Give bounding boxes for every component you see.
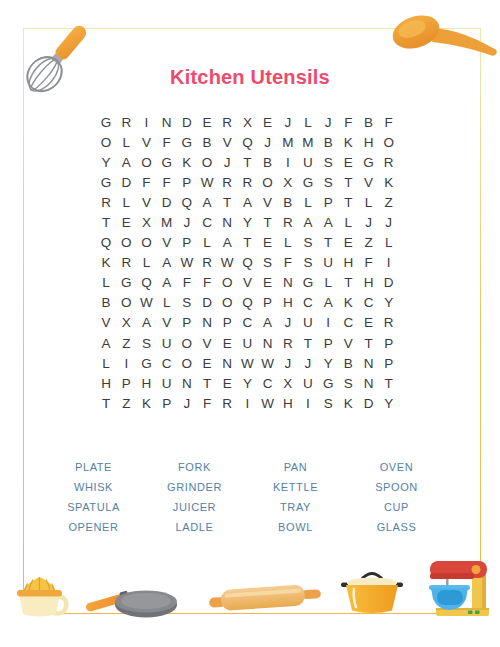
grid-cell-r15c9[interactable]: W (258, 393, 278, 413)
grid-cell-r13c13[interactable]: B (338, 353, 358, 373)
word-item: OPENER (43, 517, 144, 537)
grid-cell-r1c14[interactable]: B (358, 112, 378, 132)
grid-cell-r6c13[interactable]: L (338, 212, 358, 232)
grid-cell-r13c8[interactable]: W (237, 353, 257, 373)
grid-cell-r15c7[interactable]: R (217, 393, 237, 413)
word-item: BOWL (245, 517, 346, 537)
grid-cell-r3c7[interactable]: J (217, 152, 237, 172)
word-item: OVEN (346, 457, 447, 477)
word-item: SPATULA (43, 497, 144, 517)
grid-cell-r4c7[interactable]: R (217, 172, 237, 192)
grid-cell-r9c1[interactable]: L (96, 273, 116, 293)
grid-cell-r8c1[interactable]: K (96, 253, 116, 273)
grid-cell-r4c3[interactable]: F (136, 172, 156, 192)
grid-cell-r12c11[interactable]: T (298, 333, 318, 353)
grid-cell-r3c13[interactable]: E (338, 152, 358, 172)
grid-cell-r1c10[interactable]: J (278, 112, 298, 132)
stand-mixer-icon (424, 557, 490, 618)
grid-cell-r14c8[interactable]: Y (237, 373, 257, 393)
grid-cell-r14c4[interactable]: U (157, 373, 177, 393)
grid-cell-r6c14[interactable]: J (358, 212, 378, 232)
grid-cell-r7c1[interactable]: Q (96, 233, 116, 253)
grid-cell-r7c11[interactable]: S (298, 233, 318, 253)
grid-cell-r13c12[interactable]: Y (318, 353, 338, 373)
grid-cell-r12c8[interactable]: U (237, 333, 257, 353)
grid-cell-r12c6[interactable]: V (197, 333, 217, 353)
grid-cell-r3c15[interactable]: R (379, 152, 399, 172)
word-column: OVENSPOONCUPGLASS (346, 457, 447, 537)
grid-cell-r8c10[interactable]: F (278, 253, 298, 273)
grid-cell-r11c6[interactable]: N (197, 313, 217, 333)
grid-cell-r5c7[interactable]: T (217, 192, 237, 212)
grid-cell-r14c9[interactable]: C (258, 373, 278, 393)
grid-cell-r1c15[interactable]: F (379, 112, 399, 132)
grid-cell-r8c2[interactable]: R (116, 253, 136, 273)
grid-cell-r9c13[interactable]: T (338, 273, 358, 293)
grid-cell-r4c8[interactable]: R (237, 172, 257, 192)
grid-cell-r1c2[interactable]: R (116, 112, 136, 132)
grid-cell-r1c8[interactable]: X (237, 112, 257, 132)
grid-cell-r8c6[interactable]: R (197, 253, 217, 273)
grid-cell-r7c14[interactable]: Z (358, 233, 378, 253)
grid-cell-r11c7[interactable]: P (217, 313, 237, 333)
grid-cell-r2c14[interactable]: H (358, 132, 378, 152)
grid-cell-r7c2[interactable]: O (116, 233, 136, 253)
grid-cell-r15c3[interactable]: K (136, 393, 156, 413)
grid-cell-r9c12[interactable]: L (318, 273, 338, 293)
grid-cell-r14c15[interactable]: T (379, 373, 399, 393)
grid-cell-r2c3[interactable]: V (136, 132, 156, 152)
grid-cell-r12c7[interactable]: E (217, 333, 237, 353)
grid-cell-r15c10[interactable]: H (278, 393, 298, 413)
grid-cell-r13c15[interactable]: P (379, 353, 399, 373)
rolling-pin-icon (209, 582, 321, 614)
grid-cell-r12c12[interactable]: P (318, 333, 338, 353)
word-column: PANKETTLETRAYBOWL (245, 457, 346, 537)
grid-cell-r8c3[interactable]: L (136, 253, 156, 273)
word-search-grid: GRINDERXEJLJFBFOLVFGBVQJMMBKHOYAOGKOJTBI… (96, 112, 399, 413)
grid-cell-r6c8[interactable]: Y (237, 212, 257, 232)
grid-cell-r13c2[interactable]: I (116, 353, 136, 373)
grid-cell-r4c1[interactable]: G (96, 172, 116, 192)
grid-cell-r8c13[interactable]: H (338, 253, 358, 273)
grid-cell-r4c12[interactable]: S (318, 172, 338, 192)
grid-cell-r10c9[interactable]: P (258, 293, 278, 313)
grid-cell-r11c3[interactable]: A (136, 313, 156, 333)
grid-cell-r8c8[interactable]: Q (237, 253, 257, 273)
grid-cell-r14c1[interactable]: H (96, 373, 116, 393)
grid-cell-r10c8[interactable]: Q (237, 293, 257, 313)
grid-cell-r13c9[interactable]: W (258, 353, 278, 373)
grid-cell-r10c14[interactable]: C (358, 293, 378, 313)
grid-cell-r7c6[interactable]: L (197, 233, 217, 253)
grid-cell-r12c5[interactable]: O (177, 333, 197, 353)
grid-cell-r2c2[interactable]: L (116, 132, 136, 152)
word-item: PLATE (43, 457, 144, 477)
grid-cell-r14c10[interactable]: X (278, 373, 298, 393)
word-item: GLASS (346, 517, 447, 537)
grid-cell-r7c9[interactable]: E (258, 233, 278, 253)
grid-cell-r13c5[interactable]: O (177, 353, 197, 373)
grid-cell-r1c13[interactable]: F (338, 112, 358, 132)
word-item: JUICER (144, 497, 245, 517)
grid-cell-r1c7[interactable]: R (217, 112, 237, 132)
grid-cell-r9c3[interactable]: Q (136, 273, 156, 293)
grid-cell-r2c6[interactable]: B (197, 132, 217, 152)
grid-cell-r4c13[interactable]: T (338, 172, 358, 192)
grid-cell-r15c11[interactable]: I (298, 393, 318, 413)
grid-cell-r14c7[interactable]: E (217, 373, 237, 393)
grid-cell-r5c4[interactable]: D (157, 192, 177, 212)
grid-cell-r10c5[interactable]: S (177, 293, 197, 313)
word-item: TRAY (245, 497, 346, 517)
grid-cell-r13c4[interactable]: C (157, 353, 177, 373)
grid-cell-r4c14[interactable]: V (358, 172, 378, 192)
grid-cell-r15c8[interactable]: I (237, 393, 257, 413)
grid-cell-r15c5[interactable]: J (177, 393, 197, 413)
grid-cell-r13c3[interactable]: G (136, 353, 156, 373)
grid-cell-r12c1[interactable]: A (96, 333, 116, 353)
grid-cell-r6c2[interactable]: E (116, 212, 136, 232)
grid-cell-r12c15[interactable]: P (379, 333, 399, 353)
grid-cell-r11c12[interactable]: I (318, 313, 338, 333)
grid-cell-r7c12[interactable]: T (318, 233, 338, 253)
grid-cell-r5c1[interactable]: R (96, 192, 116, 212)
grid-cell-r14c6[interactable]: T (197, 373, 217, 393)
grid-cell-r10c13[interactable]: K (338, 293, 358, 313)
grid-cell-r4c10[interactable]: X (278, 172, 298, 192)
grid-cell-r10c4[interactable]: L (157, 293, 177, 313)
grid-cell-r12c10[interactable]: R (278, 333, 298, 353)
grid-cell-r2c12[interactable]: B (318, 132, 338, 152)
grid-cell-r15c6[interactable]: F (197, 393, 217, 413)
grid-cell-r6c12[interactable]: A (318, 212, 338, 232)
grid-cell-r8c9[interactable]: S (258, 253, 278, 273)
grid-cell-r6c11[interactable]: A (298, 212, 318, 232)
grid-cell-r3c6[interactable]: O (197, 152, 217, 172)
grid-cell-r14c3[interactable]: H (136, 373, 156, 393)
grid-cell-r8c12[interactable]: U (318, 253, 338, 273)
grid-cell-r1c4[interactable]: N (157, 112, 177, 132)
grid-cell-r15c4[interactable]: P (157, 393, 177, 413)
grid-cell-r1c9[interactable]: E (258, 112, 278, 132)
grid-cell-r7c7[interactable]: A (217, 233, 237, 253)
citrus-juicer-icon (12, 576, 68, 619)
grid-cell-r6c5[interactable]: J (177, 212, 197, 232)
grid-cell-r2c8[interactable]: Q (237, 132, 257, 152)
grid-cell-r8c5[interactable]: W (177, 253, 197, 273)
word-item: KETTLE (245, 477, 346, 497)
grid-cell-r4c15[interactable]: K (379, 172, 399, 192)
grid-cell-r8c15[interactable]: I (379, 253, 399, 273)
grid-cell-r1c11[interactable]: L (298, 112, 318, 132)
grid-cell-r2c1[interactable]: O (96, 132, 116, 152)
grid-cell-r9c9[interactable]: E (258, 273, 278, 293)
grid-cell-r4c11[interactable]: G (298, 172, 318, 192)
grid-cell-r2c9[interactable]: J (258, 132, 278, 152)
grid-cell-r5c8[interactable]: A (237, 192, 257, 212)
grid-cell-r11c10[interactable]: J (278, 313, 298, 333)
grid-cell-r3c10[interactable]: I (278, 152, 298, 172)
word-item: WHISK (43, 477, 144, 497)
word-item: LADLE (144, 517, 245, 537)
grid-cell-r6c7[interactable]: N (217, 212, 237, 232)
grid-cell-r5c3[interactable]: V (136, 192, 156, 212)
word-list: PLATEWHISKSPATULAOPENERFORKGRINDERJUICER… (43, 457, 447, 537)
word-item: CUP (346, 497, 447, 517)
grid-cell-r5c6[interactable]: A (197, 192, 217, 212)
grid-cell-r3c9[interactable]: B (258, 152, 278, 172)
grid-cell-r10c11[interactable]: C (298, 293, 318, 313)
word-item: PAN (245, 457, 346, 477)
grid-cell-r9c14[interactable]: H (358, 273, 378, 293)
grid-cell-r11c8[interactable]: C (237, 313, 257, 333)
grid-cell-r9c7[interactable]: O (217, 273, 237, 293)
grid-cell-r2c13[interactable]: K (338, 132, 358, 152)
grid-cell-r14c12[interactable]: G (318, 373, 338, 393)
grid-cell-r11c1[interactable]: V (96, 313, 116, 333)
cooking-pot-icon (341, 568, 403, 614)
grid-cell-r6c15[interactable]: J (379, 212, 399, 232)
grid-cell-r11c15[interactable]: R (379, 313, 399, 333)
grid-cell-r8c14[interactable]: F (358, 253, 378, 273)
grid-cell-r9c5[interactable]: F (177, 273, 197, 293)
grid-cell-r15c13[interactable]: K (338, 393, 358, 413)
word-item: FORK (144, 457, 245, 477)
grid-cell-r14c14[interactable]: N (358, 373, 378, 393)
word-column: FORKGRINDERJUICERLADLE (144, 457, 245, 537)
grid-cell-r11c13[interactable]: C (338, 313, 358, 333)
grid-cell-r10c10[interactable]: H (278, 293, 298, 313)
grid-cell-r11c5[interactable]: P (177, 313, 197, 333)
grid-cell-r13c10[interactable]: J (278, 353, 298, 373)
grid-cell-r3c4[interactable]: G (157, 152, 177, 172)
grid-cell-r5c5[interactable]: Q (177, 192, 197, 212)
grid-cell-r7c13[interactable]: E (338, 233, 358, 253)
grid-cell-r6c9[interactable]: T (258, 212, 278, 232)
grid-cell-r14c5[interactable]: N (177, 373, 197, 393)
grid-cell-r3c5[interactable]: K (177, 152, 197, 172)
grid-cell-r5c9[interactable]: V (258, 192, 278, 212)
grid-cell-r7c3[interactable]: O (136, 233, 156, 253)
grid-cell-r1c12[interactable]: J (318, 112, 338, 132)
grid-cell-r9c11[interactable]: G (298, 273, 318, 293)
grid-cell-r2c5[interactable]: G (177, 132, 197, 152)
grid-cell-r12c3[interactable]: S (136, 333, 156, 353)
grid-cell-r13c11[interactable]: J (298, 353, 318, 373)
grid-cell-r2c11[interactable]: M (298, 132, 318, 152)
grid-cell-r1c1[interactable]: G (96, 112, 116, 132)
grid-cell-r12c2[interactable]: Z (116, 333, 136, 353)
grid-cell-r10c2[interactable]: O (116, 293, 136, 313)
grid-cell-r4c2[interactable]: D (116, 172, 136, 192)
grid-cell-r5c14[interactable]: L (358, 192, 378, 212)
grid-cell-r12c9[interactable]: N (258, 333, 278, 353)
grid-cell-r13c14[interactable]: N (358, 353, 378, 373)
grid-cell-r7c10[interactable]: L (278, 233, 298, 253)
grid-cell-r3c11[interactable]: U (298, 152, 318, 172)
grid-cell-r12c14[interactable]: T (358, 333, 378, 353)
grid-cell-r6c3[interactable]: X (136, 212, 156, 232)
grid-cell-r13c7[interactable]: N (217, 353, 237, 373)
grid-cell-r3c2[interactable]: A (116, 152, 136, 172)
grid-cell-r3c3[interactable]: O (136, 152, 156, 172)
grid-cell-r4c6[interactable]: W (197, 172, 217, 192)
grid-cell-r3c14[interactable]: G (358, 152, 378, 172)
grid-cell-r11c9[interactable]: A (258, 313, 278, 333)
grid-cell-r2c7[interactable]: V (217, 132, 237, 152)
grid-cell-r5c15[interactable]: Z (379, 192, 399, 212)
grid-cell-r12c4[interactable]: U (157, 333, 177, 353)
grid-cell-r2c15[interactable]: O (379, 132, 399, 152)
grid-cell-r2c4[interactable]: F (157, 132, 177, 152)
grid-cell-r10c7[interactable]: O (217, 293, 237, 313)
grid-cell-r5c10[interactable]: B (278, 192, 298, 212)
grid-cell-r10c15[interactable]: Y (379, 293, 399, 313)
grid-cell-r13c1[interactable]: L (96, 353, 116, 373)
grid-cell-r6c6[interactable]: C (197, 212, 217, 232)
grid-cell-r13c6[interactable]: E (197, 353, 217, 373)
frying-pan-icon (83, 581, 178, 619)
grid-cell-r3c12[interactable]: S (318, 152, 338, 172)
grid-cell-r9c4[interactable]: A (157, 273, 177, 293)
word-item: GRINDER (144, 477, 245, 497)
grid-cell-r8c7[interactable]: W (217, 253, 237, 273)
grid-cell-r1c6[interactable]: E (197, 112, 217, 132)
grid-cell-r8c4[interactable]: A (157, 253, 177, 273)
grid-cell-r15c1[interactable]: T (96, 393, 116, 413)
grid-cell-r4c5[interactable]: P (177, 172, 197, 192)
grid-cell-r14c2[interactable]: P (116, 373, 136, 393)
grid-cell-r4c4[interactable]: F (157, 172, 177, 192)
grid-cell-r1c5[interactable]: D (177, 112, 197, 132)
grid-cell-r1c3[interactable]: I (136, 112, 156, 132)
wooden-spoon-icon (390, 13, 498, 57)
grid-cell-r14c11[interactable]: U (298, 373, 318, 393)
grid-cell-r8c11[interactable]: S (298, 253, 318, 273)
grid-cell-r6c1[interactable]: T (96, 212, 116, 232)
grid-cell-r10c3[interactable]: W (136, 293, 156, 313)
grid-cell-r11c2[interactable]: X (116, 313, 136, 333)
grid-cell-r9c8[interactable]: V (237, 273, 257, 293)
grid-cell-r4c9[interactable]: O (258, 172, 278, 192)
grid-cell-r15c14[interactable]: D (358, 393, 378, 413)
grid-cell-r7c8[interactable]: T (237, 233, 257, 253)
grid-cell-r9c2[interactable]: G (116, 273, 136, 293)
grid-cell-r10c6[interactable]: D (197, 293, 217, 313)
grid-cell-r11c4[interactable]: V (157, 313, 177, 333)
grid-cell-r7c5[interactable]: P (177, 233, 197, 253)
grid-cell-r3c1[interactable]: Y (96, 152, 116, 172)
grid-cell-r11c11[interactable]: U (298, 313, 318, 333)
whisk-icon (0, 14, 95, 92)
grid-cell-r7c4[interactable]: V (157, 233, 177, 253)
grid-cell-r12c13[interactable]: V (338, 333, 358, 353)
grid-cell-r6c4[interactable]: M (157, 212, 177, 232)
grid-cell-r7c15[interactable]: L (379, 233, 399, 253)
word-column: PLATEWHISKSPATULAOPENER (43, 457, 144, 537)
grid-cell-r10c1[interactable]: B (96, 293, 116, 313)
grid-cell-r9c10[interactable]: N (278, 273, 298, 293)
grid-cell-r5c2[interactable]: L (116, 192, 136, 212)
grid-cell-r3c8[interactable]: T (237, 152, 257, 172)
grid-cell-r5c11[interactable]: L (298, 192, 318, 212)
grid-cell-r15c2[interactable]: Z (116, 393, 136, 413)
grid-cell-r10c12[interactable]: A (318, 293, 338, 313)
grid-cell-r11c14[interactable]: E (358, 313, 378, 333)
grid-cell-r9c6[interactable]: F (197, 273, 217, 293)
grid-cell-r2c10[interactable]: M (278, 132, 298, 152)
word-item: SPOON (346, 477, 447, 497)
grid-cell-r15c15[interactable]: Y (379, 393, 399, 413)
grid-cell-r15c12[interactable]: S (318, 393, 338, 413)
grid-cell-r6c10[interactable]: R (278, 212, 298, 232)
grid-cell-r5c13[interactable]: T (338, 192, 358, 212)
grid-cell-r5c12[interactable]: P (318, 192, 338, 212)
grid-cell-r14c13[interactable]: S (338, 373, 358, 393)
grid-cell-r9c15[interactable]: D (379, 273, 399, 293)
